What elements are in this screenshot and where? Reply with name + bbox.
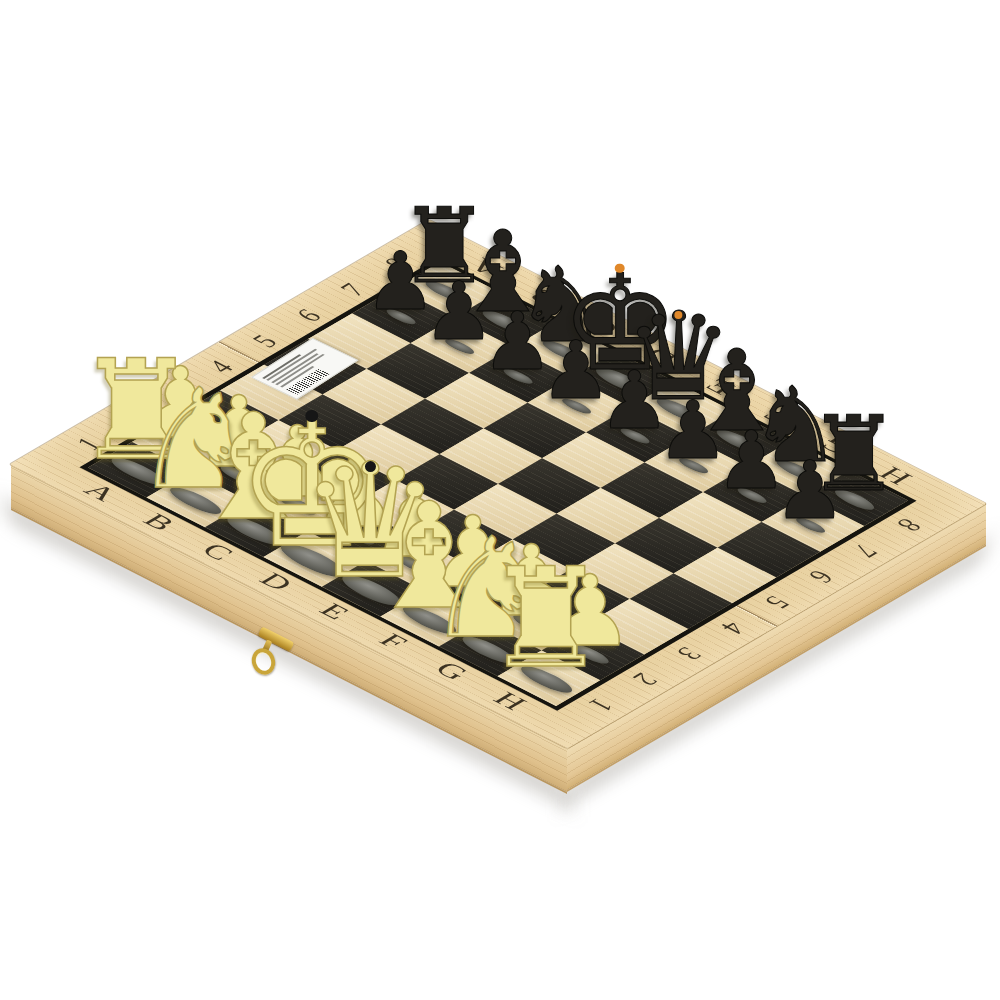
- brass-clasp: [250, 628, 310, 688]
- chess-set-photo: AABBCCDDEEFFGGHH8877665544332211 ♜♝♞♚♛♝♞…: [0, 0, 1000, 1000]
- clasp-hook: [248, 645, 278, 678]
- orange-finial: [615, 263, 625, 273]
- rook-glyph: ♜: [484, 550, 608, 688]
- pawn-glyph: ♟: [774, 451, 846, 531]
- orange-finial: [674, 311, 683, 320]
- black-finial: [305, 409, 318, 422]
